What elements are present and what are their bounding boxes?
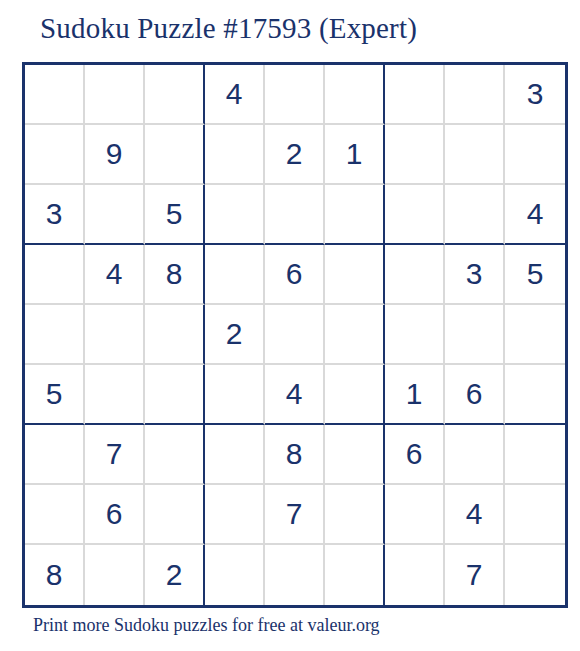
cell-r1c3[interactable] (145, 65, 205, 125)
cell-r3c3[interactable]: 5 (145, 185, 205, 245)
cell-r7c5[interactable]: 8 (265, 425, 325, 485)
cell-r3c4[interactable] (205, 185, 265, 245)
cell-r8c5[interactable]: 7 (265, 485, 325, 545)
cell-r6c8[interactable]: 6 (445, 365, 505, 425)
cell-r7c8[interactable] (445, 425, 505, 485)
cell-r6c9[interactable] (505, 365, 565, 425)
cell-r3c5[interactable] (265, 185, 325, 245)
cell-r5c6[interactable] (325, 305, 385, 365)
cell-r1c5[interactable] (265, 65, 325, 125)
cell-r7c6[interactable] (325, 425, 385, 485)
cell-r5c5[interactable] (265, 305, 325, 365)
cell-r9c8[interactable]: 7 (445, 545, 505, 605)
cell-r9c7[interactable] (385, 545, 445, 605)
cell-r4c2[interactable]: 4 (85, 245, 145, 305)
cell-r4c1[interactable] (25, 245, 85, 305)
cell-r9c9[interactable] (505, 545, 565, 605)
cell-r2c9[interactable] (505, 125, 565, 185)
cell-r4c6[interactable] (325, 245, 385, 305)
cell-r4c7[interactable] (385, 245, 445, 305)
cell-r8c8[interactable]: 4 (445, 485, 505, 545)
cell-r6c4[interactable] (205, 365, 265, 425)
cell-r8c1[interactable] (25, 485, 85, 545)
cell-r9c4[interactable] (205, 545, 265, 605)
cell-r1c6[interactable] (325, 65, 385, 125)
cell-r4c4[interactable] (205, 245, 265, 305)
cell-r4c8[interactable]: 3 (445, 245, 505, 305)
cell-r7c1[interactable] (25, 425, 85, 485)
cell-r3c2[interactable] (85, 185, 145, 245)
cell-r5c8[interactable] (445, 305, 505, 365)
cell-r7c2[interactable]: 7 (85, 425, 145, 485)
cell-r1c9[interactable]: 3 (505, 65, 565, 125)
cell-r5c1[interactable] (25, 305, 85, 365)
cell-r7c7[interactable]: 6 (385, 425, 445, 485)
cell-r3c7[interactable] (385, 185, 445, 245)
cell-r3c6[interactable] (325, 185, 385, 245)
cell-r7c9[interactable] (505, 425, 565, 485)
cell-r4c5[interactable]: 6 (265, 245, 325, 305)
cell-r3c8[interactable] (445, 185, 505, 245)
cell-r1c7[interactable] (385, 65, 445, 125)
cell-r1c2[interactable] (85, 65, 145, 125)
cell-r6c1[interactable]: 5 (25, 365, 85, 425)
cell-r3c1[interactable]: 3 (25, 185, 85, 245)
cell-r8c7[interactable] (385, 485, 445, 545)
cell-r2c1[interactable] (25, 125, 85, 185)
cell-r1c8[interactable] (445, 65, 505, 125)
cell-r7c4[interactable] (205, 425, 265, 485)
cell-r1c4[interactable]: 4 (205, 65, 265, 125)
cell-r9c1[interactable]: 8 (25, 545, 85, 605)
cell-r6c7[interactable]: 1 (385, 365, 445, 425)
cell-r6c3[interactable] (145, 365, 205, 425)
cell-r8c9[interactable] (505, 485, 565, 545)
cell-r8c3[interactable] (145, 485, 205, 545)
cell-r5c4[interactable]: 2 (205, 305, 265, 365)
cell-r6c2[interactable] (85, 365, 145, 425)
cell-r8c4[interactable] (205, 485, 265, 545)
cell-r2c7[interactable] (385, 125, 445, 185)
cell-r2c5[interactable]: 2 (265, 125, 325, 185)
cell-r9c2[interactable] (85, 545, 145, 605)
cell-r5c2[interactable] (85, 305, 145, 365)
sudoku-board: 439213544863525416786674827 (22, 62, 568, 608)
cell-r2c4[interactable] (205, 125, 265, 185)
cell-r2c2[interactable]: 9 (85, 125, 145, 185)
footer-text: Print more Sudoku puzzles for free at va… (33, 615, 380, 636)
cell-r2c3[interactable] (145, 125, 205, 185)
cell-r5c9[interactable] (505, 305, 565, 365)
cell-r8c6[interactable] (325, 485, 385, 545)
puzzle-title: Sudoku Puzzle #17593 (Expert) (40, 12, 417, 45)
cell-r5c7[interactable] (385, 305, 445, 365)
cell-r5c3[interactable] (145, 305, 205, 365)
cell-r3c9[interactable]: 4 (505, 185, 565, 245)
cell-r9c5[interactable] (265, 545, 325, 605)
cell-r2c6[interactable]: 1 (325, 125, 385, 185)
cell-r6c5[interactable]: 4 (265, 365, 325, 425)
cell-r7c3[interactable] (145, 425, 205, 485)
cell-r6c6[interactable] (325, 365, 385, 425)
cell-r1c1[interactable] (25, 65, 85, 125)
cell-r4c3[interactable]: 8 (145, 245, 205, 305)
cell-r4c9[interactable]: 5 (505, 245, 565, 305)
cell-r9c3[interactable]: 2 (145, 545, 205, 605)
cell-r2c8[interactable] (445, 125, 505, 185)
cell-r9c6[interactable] (325, 545, 385, 605)
cell-r8c2[interactable]: 6 (85, 485, 145, 545)
